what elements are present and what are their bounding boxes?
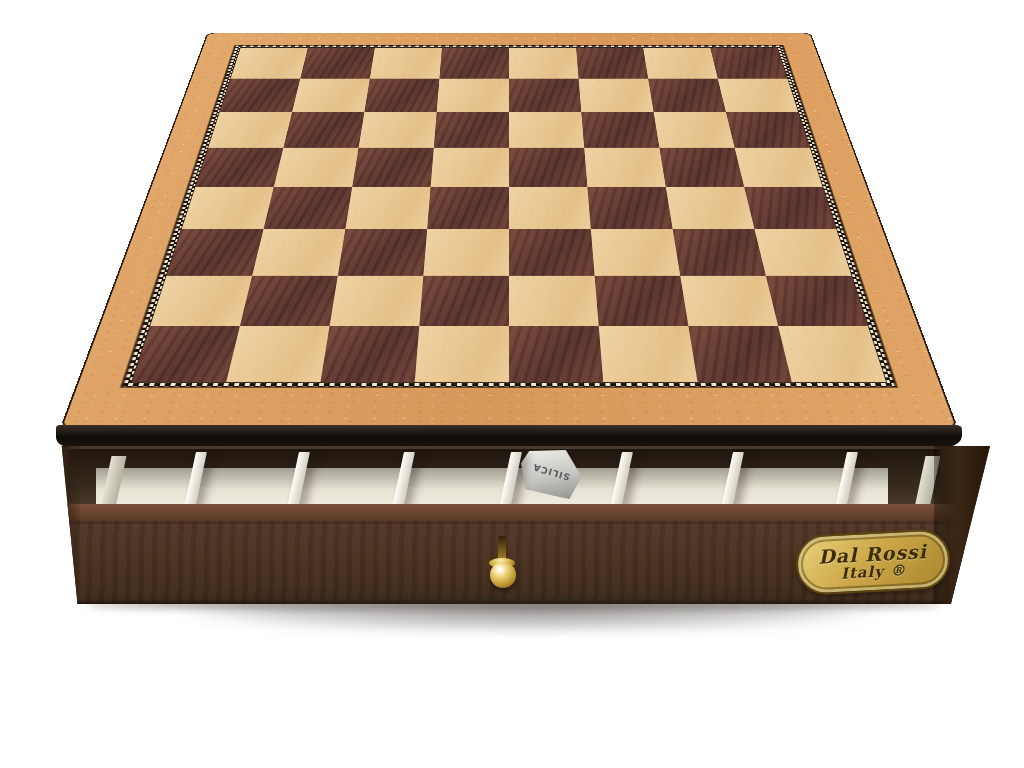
square-a4 <box>182 187 274 229</box>
square-g3 <box>673 229 766 275</box>
square-f6 <box>581 112 659 148</box>
square-b1 <box>226 326 329 382</box>
square-e5 <box>509 148 587 187</box>
square-h8 <box>710 48 787 79</box>
square-a2 <box>150 275 252 326</box>
drawer-knob-brass-ball <box>490 562 516 588</box>
square-d3 <box>423 229 509 275</box>
square-f7 <box>579 79 654 112</box>
square-c6 <box>359 112 437 148</box>
brand-plaque-line2: Italy ® <box>840 561 906 582</box>
square-h1 <box>778 326 886 382</box>
square-d6 <box>434 112 509 148</box>
silica-label: SILICA <box>531 462 571 482</box>
square-g7 <box>648 79 726 112</box>
square-f1 <box>599 326 698 382</box>
chess-board-grid <box>132 48 886 383</box>
square-c5 <box>352 148 434 187</box>
square-h4 <box>744 187 836 229</box>
square-g8 <box>643 48 718 79</box>
square-d5 <box>431 148 509 187</box>
square-f8 <box>576 48 648 79</box>
square-e8 <box>509 48 579 79</box>
drawer-cavity: SILICA <box>68 446 940 508</box>
square-b4 <box>264 187 353 229</box>
square-a6 <box>208 112 292 148</box>
square-a1 <box>132 326 240 382</box>
square-h3 <box>754 229 851 275</box>
square-c1 <box>320 326 419 382</box>
square-b3 <box>252 229 345 275</box>
square-e3 <box>509 229 595 275</box>
square-b8 <box>300 48 375 79</box>
square-d8 <box>439 48 509 79</box>
checkered-inlay-border <box>122 45 897 387</box>
box-side-wall-right <box>934 446 990 604</box>
square-e7 <box>509 79 581 112</box>
square-h6 <box>726 112 810 148</box>
square-h2 <box>766 275 868 326</box>
square-g1 <box>688 326 791 382</box>
square-e1 <box>509 326 603 382</box>
square-a3 <box>167 229 264 275</box>
square-a8 <box>231 48 308 79</box>
board-edge-rim <box>56 425 962 447</box>
square-b2 <box>240 275 338 326</box>
square-b7 <box>292 79 370 112</box>
square-d2 <box>419 275 509 326</box>
board-maple-frame <box>60 33 958 428</box>
square-f2 <box>595 275 689 326</box>
square-g6 <box>654 112 735 148</box>
square-b6 <box>283 112 364 148</box>
square-g2 <box>680 275 778 326</box>
square-h5 <box>735 148 823 187</box>
square-a7 <box>220 79 300 112</box>
square-c2 <box>330 275 424 326</box>
storage-box-body: SILICA Dal Rossi Italy ® <box>58 446 990 604</box>
square-a5 <box>195 148 283 187</box>
square-g5 <box>659 148 744 187</box>
square-g4 <box>666 187 755 229</box>
box-side-wall-left <box>58 446 80 604</box>
square-e4 <box>509 187 591 229</box>
square-e2 <box>509 275 599 326</box>
square-d1 <box>415 326 509 382</box>
drop-shadow-core <box>86 598 942 610</box>
drawer-top-lip <box>62 504 964 524</box>
square-c8 <box>370 48 442 79</box>
chess-board-top <box>60 33 958 428</box>
chess-box-product-photo: SILICA Dal Rossi Italy ® <box>0 0 1024 768</box>
square-d7 <box>437 79 509 112</box>
square-h7 <box>718 79 798 112</box>
square-e6 <box>509 112 584 148</box>
square-b5 <box>274 148 359 187</box>
square-d4 <box>427 187 509 229</box>
square-c3 <box>338 229 427 275</box>
square-c7 <box>364 79 439 112</box>
drawer-felt-lining <box>96 468 888 508</box>
square-f3 <box>591 229 680 275</box>
square-f4 <box>587 187 672 229</box>
square-c4 <box>345 187 430 229</box>
brand-plaque: Dal Rossi Italy ® <box>795 528 952 596</box>
square-f5 <box>584 148 666 187</box>
